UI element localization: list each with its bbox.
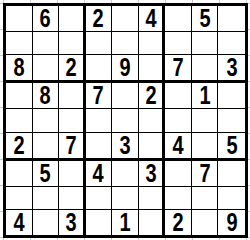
given-digit: 7 [173, 55, 184, 80]
cell-r7c4[interactable]: 4 [86, 161, 113, 187]
cell-r8c7[interactable] [165, 187, 192, 210]
given-digit: 2 [13, 133, 24, 158]
cell-r1c7[interactable] [165, 6, 192, 32]
given-digit: 7 [65, 133, 76, 158]
cell-r7c7[interactable] [165, 161, 192, 187]
cell-r9c8[interactable] [192, 210, 219, 235]
cell-r8c4[interactable] [86, 187, 113, 210]
cell-r1c6[interactable]: 4 [139, 6, 166, 32]
given-digit: 8 [13, 55, 24, 80]
given-digit: 7 [199, 161, 210, 186]
given-digit: 1 [119, 210, 130, 235]
cell-r7c5[interactable] [112, 161, 139, 187]
given-digit: 5 [40, 161, 51, 186]
cell-r3c9[interactable]: 3 [218, 55, 245, 83]
given-digit: 1 [199, 83, 210, 108]
cell-r9c2[interactable] [33, 210, 60, 235]
cell-r7c9[interactable] [218, 161, 245, 187]
cell-r4c2[interactable]: 8 [33, 83, 60, 109]
cell-r6c9[interactable]: 5 [218, 133, 245, 161]
cell-r2c2[interactable] [33, 32, 60, 55]
cell-r2c6[interactable] [139, 32, 166, 55]
cell-r5c3[interactable] [59, 109, 86, 132]
cell-r9c9[interactable]: 9 [218, 210, 245, 235]
cell-r4c3[interactable] [59, 83, 86, 109]
cell-r7c2[interactable]: 5 [33, 161, 60, 187]
cell-r2c1[interactable] [6, 32, 33, 55]
cell-r2c7[interactable] [165, 32, 192, 55]
cell-r2c4[interactable] [86, 32, 113, 55]
cell-r1c2[interactable]: 6 [33, 6, 60, 32]
cell-r5c4[interactable] [86, 109, 113, 132]
cell-r1c4[interactable]: 2 [86, 6, 113, 32]
cell-r8c1[interactable] [6, 187, 33, 210]
cell-r4c6[interactable]: 2 [139, 83, 166, 109]
cell-r8c3[interactable] [59, 187, 86, 210]
cell-r6c3[interactable]: 7 [59, 133, 86, 161]
cell-r9c6[interactable] [139, 210, 166, 235]
given-digit: 4 [145, 6, 156, 31]
cell-r5c6[interactable] [139, 109, 166, 132]
cell-r8c6[interactable] [139, 187, 166, 210]
given-digit: 3 [65, 210, 76, 235]
cell-r7c1[interactable] [6, 161, 33, 187]
cell-r4c5[interactable] [112, 83, 139, 109]
cell-r4c4[interactable]: 7 [86, 83, 113, 109]
given-digit: 4 [173, 133, 184, 158]
given-digit: 5 [199, 6, 210, 31]
given-digit: 9 [226, 210, 237, 235]
cell-r7c8[interactable]: 7 [192, 161, 219, 187]
cell-r1c5[interactable] [112, 6, 139, 32]
cell-r3c7[interactable]: 7 [165, 55, 192, 83]
given-digit: 4 [13, 210, 24, 235]
cell-r8c2[interactable] [33, 187, 60, 210]
cell-r5c1[interactable] [6, 109, 33, 132]
given-digit: 6 [40, 6, 51, 31]
sudoku-board: 624582973872127345543743129 [3, 3, 248, 238]
cell-r6c1[interactable]: 2 [6, 133, 33, 161]
cell-r4c8[interactable]: 1 [192, 83, 219, 109]
cell-r1c9[interactable] [218, 6, 245, 32]
given-digit: 7 [93, 83, 104, 108]
cell-r4c7[interactable] [165, 83, 192, 109]
cell-r7c3[interactable] [59, 161, 86, 187]
given-digit: 2 [65, 55, 76, 80]
cell-r2c8[interactable] [192, 32, 219, 55]
cell-r3c8[interactable] [192, 55, 219, 83]
cell-r9c5[interactable]: 1 [112, 210, 139, 235]
cell-r1c8[interactable]: 5 [192, 6, 219, 32]
given-digit: 2 [145, 83, 156, 108]
cell-r9c3[interactable]: 3 [59, 210, 86, 235]
cell-r8c9[interactable] [218, 187, 245, 210]
cell-r6c7[interactable]: 4 [165, 133, 192, 161]
cell-r3c2[interactable] [33, 55, 60, 83]
cell-r2c5[interactable] [112, 32, 139, 55]
given-digit: 9 [119, 55, 130, 80]
cell-r2c3[interactable] [59, 32, 86, 55]
given-digit: 8 [40, 83, 51, 108]
cell-r8c5[interactable] [112, 187, 139, 210]
cell-r6c4[interactable] [86, 133, 113, 161]
cell-r9c7[interactable]: 2 [165, 210, 192, 235]
cell-r6c2[interactable] [33, 133, 60, 161]
cell-r6c8[interactable] [192, 133, 219, 161]
cell-r3c4[interactable] [86, 55, 113, 83]
given-digit: 3 [226, 55, 237, 80]
cell-r3c6[interactable] [139, 55, 166, 83]
cell-r2c9[interactable] [218, 32, 245, 55]
cell-r9c4[interactable] [86, 210, 113, 235]
cell-r3c1[interactable]: 8 [6, 55, 33, 83]
cell-r9c1[interactable]: 4 [6, 210, 33, 235]
cell-r1c1[interactable] [6, 6, 33, 32]
cell-r5c2[interactable] [33, 109, 60, 132]
cell-r5c9[interactable] [218, 109, 245, 132]
cell-r4c9[interactable] [218, 83, 245, 109]
cell-r5c7[interactable] [165, 109, 192, 132]
cell-r7c6[interactable]: 3 [139, 161, 166, 187]
cell-r4c1[interactable] [6, 83, 33, 109]
cell-r1c3[interactable] [59, 6, 86, 32]
given-digit: 3 [145, 161, 156, 186]
cell-r3c5[interactable]: 9 [112, 55, 139, 83]
cell-r5c5[interactable] [112, 109, 139, 132]
given-digit: 2 [93, 6, 104, 31]
cell-r3c3[interactable]: 2 [59, 55, 86, 83]
cell-r5c8[interactable] [192, 109, 219, 132]
given-digit: 2 [173, 210, 184, 235]
cell-r6c5[interactable]: 3 [112, 133, 139, 161]
cell-r6c6[interactable] [139, 133, 166, 161]
given-digit: 3 [119, 133, 130, 158]
given-digit: 5 [226, 133, 237, 158]
given-digit: 4 [93, 161, 104, 186]
cell-r8c8[interactable] [192, 187, 219, 210]
